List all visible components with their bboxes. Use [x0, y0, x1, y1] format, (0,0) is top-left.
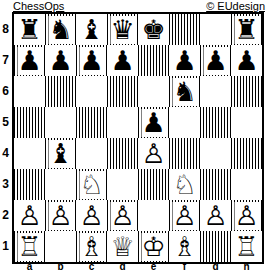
- square-f1: ♗: [169, 231, 200, 262]
- file-label-b: b: [45, 263, 76, 270]
- file-label-g: g: [200, 263, 231, 270]
- piece-black-pawn: ♟: [172, 47, 197, 75]
- square-b1: [45, 231, 76, 262]
- piece-white-bishop: ♗: [79, 233, 104, 261]
- piece-white-pawn: ♙: [141, 140, 166, 168]
- rank-label-5: 5: [0, 107, 11, 138]
- piece-black-rook: ♜: [17, 16, 42, 44]
- file-label-c: c: [76, 263, 107, 270]
- square-f5: [169, 107, 200, 138]
- square-f6: ♞: [169, 76, 200, 107]
- square-a5: [14, 107, 45, 138]
- piece-white-pawn: ♙: [234, 202, 259, 230]
- piece-white-knight: ♘: [79, 171, 104, 199]
- square-c8: ♝: [76, 14, 107, 45]
- square-h7: ♟: [231, 45, 262, 76]
- square-h1: ♖: [231, 231, 262, 262]
- square-a7: ♟: [14, 45, 45, 76]
- file-label-a: a: [14, 263, 45, 270]
- square-d8: ♛: [107, 14, 138, 45]
- piece-black-pawn: ♟: [17, 47, 42, 75]
- rank-label-2: 2: [0, 200, 11, 231]
- square-g1: [200, 231, 231, 262]
- square-d1: ♕: [107, 231, 138, 262]
- square-b7: ♟: [45, 45, 76, 76]
- rank-label-6: 6: [0, 76, 11, 107]
- file-label-e: e: [138, 263, 169, 270]
- square-h8: ♜: [231, 14, 262, 45]
- square-h3: [231, 169, 262, 200]
- piece-black-queen: ♛: [110, 16, 135, 44]
- file-label-d: d: [107, 263, 138, 270]
- square-e4: ♙: [138, 138, 169, 169]
- piece-black-knight: ♞: [172, 78, 197, 106]
- square-e6: [138, 76, 169, 107]
- piece-white-pawn: ♙: [203, 202, 228, 230]
- piece-white-king: ♔: [141, 233, 166, 261]
- square-d4: [107, 138, 138, 169]
- rank-label-3: 3: [0, 169, 11, 200]
- piece-white-pawn: ♙: [172, 202, 197, 230]
- square-g3: [200, 169, 231, 200]
- piece-white-bishop: ♗: [172, 233, 197, 261]
- file-label-h: h: [231, 263, 262, 270]
- piece-black-knight: ♞: [48, 16, 73, 44]
- piece-white-knight: ♘: [172, 171, 197, 199]
- piece-black-bishop: ♝: [79, 16, 104, 44]
- square-d7: ♟: [107, 45, 138, 76]
- square-g7: ♟: [200, 45, 231, 76]
- square-b4: ♝: [45, 138, 76, 169]
- square-h6: [231, 76, 262, 107]
- square-c1: ♗: [76, 231, 107, 262]
- rank-label-4: 4: [0, 138, 11, 169]
- piece-black-pawn: ♟: [203, 47, 228, 75]
- square-h2: ♙: [231, 200, 262, 231]
- square-d6: [107, 76, 138, 107]
- square-f8: [169, 14, 200, 45]
- square-a4: [14, 138, 45, 169]
- piece-black-pawn: ♟: [234, 47, 259, 75]
- square-c5: [76, 107, 107, 138]
- piece-black-pawn: ♟: [79, 47, 104, 75]
- square-e1: ♔: [138, 231, 169, 262]
- piece-black-pawn: ♟: [141, 109, 166, 137]
- square-c4: [76, 138, 107, 169]
- square-g4: [200, 138, 231, 169]
- piece-white-rook: ♖: [17, 233, 42, 261]
- square-g2: ♙: [200, 200, 231, 231]
- chess-board-frame: ♜♞♝♛♚♜♟♟♟♟♟♟♟♞♟♝♙♘♘♙♙♙♙♙♙♙♖♗♕♔♗♖: [12, 12, 264, 264]
- square-b8: ♞: [45, 14, 76, 45]
- square-a3: [14, 169, 45, 200]
- square-c6: [76, 76, 107, 107]
- piece-white-queen: ♕: [110, 233, 135, 261]
- square-a6: [14, 76, 45, 107]
- square-e8: ♚: [138, 14, 169, 45]
- piece-white-pawn: ♙: [48, 202, 73, 230]
- piece-white-rook: ♖: [234, 233, 259, 261]
- piece-black-pawn: ♟: [110, 47, 135, 75]
- square-e3: [138, 169, 169, 200]
- square-d3: [107, 169, 138, 200]
- square-h4: [231, 138, 262, 169]
- piece-white-pawn: ♙: [79, 202, 104, 230]
- square-c3: ♘: [76, 169, 107, 200]
- piece-black-king: ♚: [141, 16, 166, 44]
- piece-white-pawn: ♙: [110, 202, 135, 230]
- file-label-f: f: [169, 263, 200, 270]
- rank-label-8: 8: [0, 14, 11, 45]
- square-h5: [231, 107, 262, 138]
- square-f2: ♙: [169, 200, 200, 231]
- square-c7: ♟: [76, 45, 107, 76]
- square-e7: [138, 45, 169, 76]
- piece-black-rook: ♜: [234, 16, 259, 44]
- square-g6: [200, 76, 231, 107]
- piece-black-pawn: ♟: [48, 47, 73, 75]
- piece-black-bishop: ♝: [48, 140, 73, 168]
- square-e2: [138, 200, 169, 231]
- square-g5: [200, 107, 231, 138]
- square-f7: ♟: [169, 45, 200, 76]
- square-b6: [45, 76, 76, 107]
- square-b5: [45, 107, 76, 138]
- square-a8: ♜: [14, 14, 45, 45]
- square-c2: ♙: [76, 200, 107, 231]
- square-e5: ♟: [138, 107, 169, 138]
- square-d2: ♙: [107, 200, 138, 231]
- rank-label-1: 1: [0, 231, 11, 262]
- square-b3: [45, 169, 76, 200]
- square-a2: ♙: [14, 200, 45, 231]
- square-a1: ♖: [14, 231, 45, 262]
- square-f4: [169, 138, 200, 169]
- square-g8: [200, 14, 231, 45]
- square-d5: [107, 107, 138, 138]
- square-b2: ♙: [45, 200, 76, 231]
- square-f3: ♘: [169, 169, 200, 200]
- rank-label-7: 7: [0, 45, 11, 76]
- piece-white-pawn: ♙: [17, 202, 42, 230]
- chess-board: ♜♞♝♛♚♜♟♟♟♟♟♟♟♞♟♝♙♘♘♙♙♙♙♙♙♙♖♗♕♔♗♖: [14, 14, 262, 262]
